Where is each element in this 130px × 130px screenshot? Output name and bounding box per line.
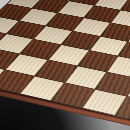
board-photo-scene <box>0 0 130 130</box>
